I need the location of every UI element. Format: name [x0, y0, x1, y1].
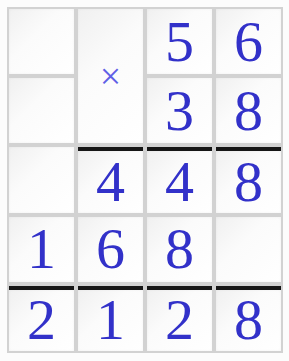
- answer-cell-r4c4[interactable]: [216, 217, 281, 282]
- answer-cell-r3c3[interactable]: 4: [147, 147, 212, 212]
- answer-cell-r4c1[interactable]: 1: [9, 217, 74, 282]
- multiplier-ones-cell: 8: [216, 78, 281, 143]
- multiplicand-tens-cell: 5: [147, 9, 212, 74]
- answer-cell-r3c1[interactable]: [9, 147, 74, 212]
- answer-cell-r3c2[interactable]: 4: [78, 147, 143, 212]
- answer-cell-r4c2[interactable]: 6: [78, 217, 143, 282]
- multiply-sign: ×: [78, 9, 143, 143]
- problem-cell-r2c1: [9, 78, 74, 143]
- answer-cell-r5c2[interactable]: 1: [78, 286, 143, 351]
- answer-cell-r3c4[interactable]: 8: [216, 147, 281, 212]
- multiplication-grid: × 5 6 3 8 4 4 8 1 6 8 2 1 2 8: [7, 7, 283, 353]
- answer-cell-r5c4[interactable]: 8: [216, 286, 281, 351]
- answer-cell-r4c3[interactable]: 8: [147, 217, 212, 282]
- multiplicand-ones-cell: 6: [216, 9, 281, 74]
- multiplier-tens-cell: 3: [147, 78, 212, 143]
- answer-cell-r5c1[interactable]: 2: [9, 286, 74, 351]
- problem-cell-r1c1: [9, 9, 74, 74]
- answer-cell-r5c3[interactable]: 2: [147, 286, 212, 351]
